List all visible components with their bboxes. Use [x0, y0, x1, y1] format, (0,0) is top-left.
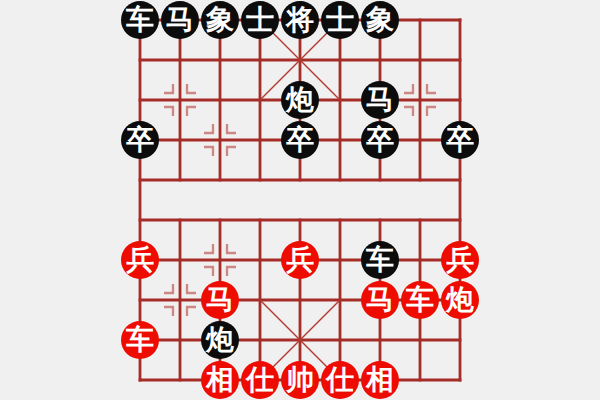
piece-black-soldier[interactable]: 卒	[281, 121, 319, 159]
piece-red-elephant[interactable]: 相	[361, 361, 399, 399]
piece-black-cannon[interactable]: 炮	[201, 321, 239, 359]
piece-red-chariot[interactable]: 车	[121, 321, 159, 359]
piece-black-soldier[interactable]: 卒	[121, 121, 159, 159]
piece-black-chariot[interactable]: 车	[121, 1, 159, 39]
piece-red-soldier[interactable]: 兵	[121, 241, 159, 279]
piece-black-advisor[interactable]: 士	[321, 1, 359, 39]
piece-black-elephant[interactable]: 象	[361, 1, 399, 39]
piece-black-horse[interactable]: 马	[361, 81, 399, 119]
piece-black-general[interactable]: 将	[281, 1, 319, 39]
piece-black-horse[interactable]: 马	[161, 1, 199, 39]
piece-red-chariot[interactable]: 车	[401, 281, 439, 319]
piece-black-soldier[interactable]: 卒	[361, 121, 399, 159]
piece-red-soldier[interactable]: 兵	[441, 241, 479, 279]
piece-black-chariot[interactable]: 车	[361, 241, 399, 279]
xiangqi-board: 车马象士将士象炮马卒卒卒卒车炮兵兵兵马马车炮车相仕帅仕相	[0, 0, 600, 400]
piece-red-elephant[interactable]: 相	[201, 361, 239, 399]
piece-red-horse[interactable]: 马	[361, 281, 399, 319]
piece-black-elephant[interactable]: 象	[201, 1, 239, 39]
piece-red-soldier[interactable]: 兵	[281, 241, 319, 279]
piece-black-soldier[interactable]: 卒	[441, 121, 479, 159]
pieces-layer: 车马象士将士象炮马卒卒卒卒车炮兵兵兵马马车炮车相仕帅仕相	[0, 0, 600, 400]
piece-red-general[interactable]: 帅	[281, 361, 319, 399]
piece-red-horse[interactable]: 马	[201, 281, 239, 319]
piece-red-advisor[interactable]: 仕	[321, 361, 359, 399]
piece-red-advisor[interactable]: 仕	[241, 361, 279, 399]
piece-black-cannon[interactable]: 炮	[281, 81, 319, 119]
piece-black-advisor[interactable]: 士	[241, 1, 279, 39]
piece-red-cannon[interactable]: 炮	[441, 281, 479, 319]
